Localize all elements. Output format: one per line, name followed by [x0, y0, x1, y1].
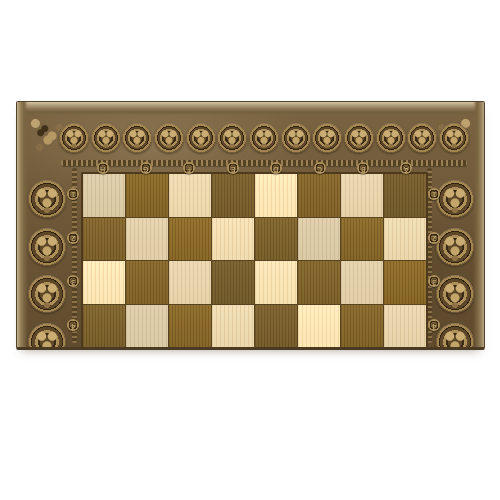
square-d4	[255, 305, 297, 348]
rosette-ornament	[217, 123, 247, 153]
rosette-ornament	[344, 123, 374, 153]
rank-label-cell: 1	[427, 172, 441, 216]
rosette-ornament	[436, 275, 474, 313]
square-h2	[83, 218, 125, 261]
file-label-cell: E	[211, 161, 254, 175]
rosette-ornament	[28, 275, 66, 313]
square-g1	[126, 174, 168, 217]
file-label-text: C	[317, 165, 322, 172]
square-c4	[298, 305, 340, 348]
square-g3	[126, 261, 168, 304]
rank-label-1: 1	[428, 188, 440, 200]
rosette-ornament	[186, 123, 216, 153]
rosette-ornament	[91, 123, 121, 153]
chess-board: HGFEDCBA 1234 1234	[16, 101, 485, 350]
rank-label-cell: 3	[427, 260, 441, 304]
rank-label-4: 4	[67, 319, 79, 331]
carved-border-right	[435, 180, 475, 350]
rosette-ornament	[436, 323, 474, 350]
square-a4	[384, 305, 426, 348]
square-d2	[255, 218, 297, 261]
file-label-cell: H	[81, 161, 124, 175]
square-d1	[255, 174, 297, 217]
square-e1	[212, 174, 254, 217]
file-label-h: H	[97, 162, 109, 174]
rosette-ornament	[122, 123, 152, 153]
file-label-d: D	[270, 162, 282, 174]
rank-label-2: 2	[67, 232, 79, 244]
file-label-g: G	[140, 162, 152, 174]
file-label-cell: G	[124, 161, 167, 175]
rank-label-cell: 1	[66, 172, 80, 216]
square-h3	[83, 261, 125, 304]
square-a2	[384, 218, 426, 261]
square-h1	[83, 174, 125, 217]
square-b1	[341, 174, 383, 217]
rosette-ornament	[28, 180, 66, 218]
square-c2	[298, 218, 340, 261]
file-label-text: D	[273, 165, 278, 172]
square-c1	[298, 174, 340, 217]
rank-label-cell: 3	[66, 260, 80, 304]
file-label-cell: C	[298, 161, 341, 175]
file-label-e: E	[227, 162, 239, 174]
carved-border-top	[59, 116, 469, 160]
rosette-ornament	[439, 123, 469, 153]
rank-label-text: 4	[432, 322, 436, 329]
rank-label-cell: 4	[66, 303, 80, 347]
square-f4	[169, 305, 211, 348]
file-label-c: C	[314, 162, 326, 174]
square-e3	[212, 261, 254, 304]
rank-label-text: 3	[71, 278, 75, 285]
file-label-b: B	[357, 162, 369, 174]
rosette-ornament	[249, 123, 279, 153]
rosette-ornament	[281, 123, 311, 153]
square-a3	[384, 261, 426, 304]
rank-label-cell: 2	[427, 216, 441, 260]
rank-label-text: 3	[432, 278, 436, 285]
square-g4	[126, 305, 168, 348]
file-label-text: F	[187, 165, 191, 172]
square-b2	[341, 218, 383, 261]
rank-label-4: 4	[428, 319, 440, 331]
rank-label-text: 4	[71, 322, 75, 329]
rank-label-text: 1	[432, 190, 436, 197]
rank-coordinates-right: 1234	[427, 172, 441, 347]
board-top-edge	[17, 102, 484, 115]
rosette-ornament	[28, 228, 66, 266]
square-g2	[126, 218, 168, 261]
square-h4	[83, 305, 125, 348]
square-b4	[341, 305, 383, 348]
rank-label-cell: 4	[427, 303, 441, 347]
rank-label-3: 3	[428, 275, 440, 287]
file-label-cell: B	[341, 161, 384, 175]
rank-label-text: 2	[71, 234, 75, 241]
file-label-text: B	[361, 165, 366, 172]
checkerboard-field	[81, 172, 428, 347]
square-e4	[212, 305, 254, 348]
rank-label-3: 3	[67, 275, 79, 287]
rank-label-2: 2	[428, 232, 440, 244]
file-label-f: F	[183, 162, 195, 174]
rank-label-cell: 2	[66, 216, 80, 260]
file-coordinates: HGFEDCBA	[81, 161, 428, 175]
square-f1	[169, 174, 211, 217]
rank-coordinates-left: 1234	[66, 172, 80, 347]
file-label-text: A	[404, 165, 409, 172]
square-f3	[169, 261, 211, 304]
carved-border-left	[27, 180, 67, 350]
rosette-ornament	[312, 123, 342, 153]
rank-label-1: 1	[67, 188, 79, 200]
file-label-cell: D	[255, 161, 298, 175]
square-f2	[169, 218, 211, 261]
square-d3	[255, 261, 297, 304]
file-label-cell: F	[168, 161, 211, 175]
rank-label-text: 1	[71, 190, 75, 197]
rosette-ornament	[407, 123, 437, 153]
rosette-ornament	[59, 123, 89, 153]
file-label-text: E	[231, 165, 235, 172]
rosette-ornament	[436, 180, 474, 218]
rosette-ornament	[154, 123, 184, 153]
square-c3	[298, 261, 340, 304]
rank-label-text: 2	[432, 234, 436, 241]
square-e2	[212, 218, 254, 261]
file-label-cell: A	[385, 161, 428, 175]
file-label-text: H	[100, 165, 105, 172]
file-label-text: G	[143, 165, 148, 172]
rosette-ornament	[28, 323, 66, 350]
square-a1	[384, 174, 426, 217]
rosette-ornament	[436, 228, 474, 266]
square-b3	[341, 261, 383, 304]
file-label-a: A	[400, 162, 412, 174]
rosette-ornament	[376, 123, 406, 153]
